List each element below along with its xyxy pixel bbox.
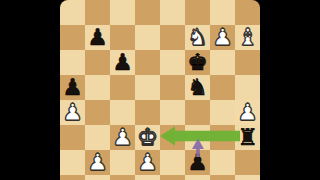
letterbox-right xyxy=(260,0,320,180)
square-g7[interactable]: ♟ xyxy=(210,25,235,50)
square-c2[interactable] xyxy=(110,150,135,175)
square-d3[interactable]: ♚ xyxy=(135,125,160,150)
square-f6[interactable]: ♚ xyxy=(185,50,210,75)
square-h2[interactable] xyxy=(235,150,260,175)
square-d8[interactable] xyxy=(135,0,160,25)
square-g2[interactable] xyxy=(210,150,235,175)
square-h5[interactable] xyxy=(235,75,260,100)
square-c3[interactable]: ♟ xyxy=(110,125,135,150)
square-a3[interactable] xyxy=(60,125,85,150)
square-e5[interactable] xyxy=(160,75,185,100)
square-f1[interactable] xyxy=(185,175,210,180)
black-pawn: ♟ xyxy=(185,150,210,175)
square-h6[interactable] xyxy=(235,50,260,75)
square-a2[interactable] xyxy=(60,150,85,175)
square-e3[interactable] xyxy=(160,125,185,150)
square-d5[interactable] xyxy=(135,75,160,100)
square-b8[interactable] xyxy=(85,0,110,25)
square-c5[interactable] xyxy=(110,75,135,100)
white-pawn: ♟ xyxy=(235,100,260,125)
square-h3[interactable]: ♜ xyxy=(235,125,260,150)
white-knight: ♞ xyxy=(185,25,210,50)
square-e8[interactable] xyxy=(160,0,185,25)
white-pawn: ♟ xyxy=(135,150,160,175)
white-pawn: ♟ xyxy=(210,25,235,50)
square-g5[interactable] xyxy=(210,75,235,100)
black-knight: ♞ xyxy=(185,75,210,100)
square-b1[interactable] xyxy=(85,175,110,180)
square-e4[interactable] xyxy=(160,100,185,125)
white-pawn: ♟ xyxy=(85,150,110,175)
square-a4[interactable]: ♟ xyxy=(60,100,85,125)
square-d2[interactable]: ♟ xyxy=(135,150,160,175)
square-g1[interactable] xyxy=(210,175,235,180)
square-a6[interactable] xyxy=(60,50,85,75)
white-pawn: ♟ xyxy=(60,100,85,125)
square-a1[interactable] xyxy=(60,175,85,180)
square-e6[interactable] xyxy=(160,50,185,75)
square-f5[interactable]: ♞ xyxy=(185,75,210,100)
square-d1[interactable] xyxy=(135,175,160,180)
square-g3[interactable] xyxy=(210,125,235,150)
square-b7[interactable]: ♟ xyxy=(85,25,110,50)
black-pawn: ♟ xyxy=(85,25,110,50)
square-f4[interactable] xyxy=(185,100,210,125)
square-c4[interactable] xyxy=(110,100,135,125)
square-f2[interactable]: ♟ xyxy=(185,150,210,175)
white-king: ♚ xyxy=(135,125,160,150)
square-g8[interactable] xyxy=(210,0,235,25)
square-b5[interactable] xyxy=(85,75,110,100)
square-e7[interactable] xyxy=(160,25,185,50)
square-e1[interactable] xyxy=(160,175,185,180)
square-b4[interactable] xyxy=(85,100,110,125)
white-pawn: ♟ xyxy=(110,125,135,150)
square-e2[interactable] xyxy=(160,150,185,175)
square-h7[interactable]: ♝ xyxy=(235,25,260,50)
square-g6[interactable] xyxy=(210,50,235,75)
square-d6[interactable] xyxy=(135,50,160,75)
square-c7[interactable] xyxy=(110,25,135,50)
square-d7[interactable] xyxy=(135,25,160,50)
square-c1[interactable] xyxy=(110,175,135,180)
square-f7[interactable]: ♞ xyxy=(185,25,210,50)
square-f8[interactable] xyxy=(185,0,210,25)
white-bishop: ♝ xyxy=(235,25,260,50)
square-c6[interactable]: ♟ xyxy=(110,50,135,75)
video-frame: ♟♞♟♝♟♚♟♞♟♟♟♚♜♟♟♟ xyxy=(0,0,320,180)
square-g4[interactable] xyxy=(210,100,235,125)
square-b2[interactable]: ♟ xyxy=(85,150,110,175)
square-c8[interactable] xyxy=(110,0,135,25)
square-d4[interactable] xyxy=(135,100,160,125)
square-a8[interactable] xyxy=(60,0,85,25)
black-king: ♚ xyxy=(185,50,210,75)
square-b6[interactable] xyxy=(85,50,110,75)
black-rook: ♜ xyxy=(235,125,260,150)
square-a7[interactable] xyxy=(60,25,85,50)
square-a5[interactable]: ♟ xyxy=(60,75,85,100)
square-h1[interactable] xyxy=(235,175,260,180)
black-pawn: ♟ xyxy=(110,50,135,75)
square-h8[interactable] xyxy=(235,0,260,25)
chess-board: ♟♞♟♝♟♚♟♞♟♟♟♚♜♟♟♟ xyxy=(60,0,260,180)
square-f3[interactable] xyxy=(185,125,210,150)
black-pawn: ♟ xyxy=(60,75,85,100)
square-h4[interactable]: ♟ xyxy=(235,100,260,125)
square-b3[interactable] xyxy=(85,125,110,150)
letterbox-left xyxy=(0,0,60,180)
